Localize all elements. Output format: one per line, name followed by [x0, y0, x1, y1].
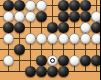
white-stone[interactable] [91, 33, 101, 44]
black-stone[interactable] [58, 11, 69, 22]
white-stone[interactable] [47, 33, 58, 44]
black-stone[interactable] [14, 44, 25, 55]
white-stone[interactable] [3, 55, 14, 66]
black-stone[interactable] [91, 22, 101, 33]
white-stone-last-move-marked[interactable] [47, 55, 58, 66]
white-stone[interactable] [14, 11, 25, 22]
white-stone[interactable] [80, 33, 91, 44]
black-stone[interactable] [47, 66, 58, 77]
black-stone[interactable] [14, 0, 25, 11]
black-stone[interactable] [80, 11, 91, 22]
white-stone[interactable] [25, 0, 36, 11]
white-stone[interactable] [91, 11, 101, 22]
black-stone[interactable] [58, 55, 69, 66]
white-stone[interactable] [36, 33, 47, 44]
white-stone[interactable] [69, 55, 80, 66]
black-stone[interactable] [14, 22, 25, 33]
black-stone[interactable] [58, 66, 69, 77]
black-stone[interactable] [36, 55, 47, 66]
white-stone[interactable] [3, 11, 14, 22]
black-stone[interactable] [3, 22, 14, 33]
white-stone[interactable] [25, 11, 36, 22]
black-stone[interactable] [80, 0, 91, 11]
black-stone[interactable] [36, 11, 47, 22]
go-board[interactable] [0, 0, 100, 80]
black-stone[interactable] [69, 11, 80, 22]
black-stone[interactable] [58, 0, 69, 11]
black-stone[interactable] [91, 55, 101, 66]
black-stone[interactable] [25, 66, 36, 77]
black-stone[interactable] [69, 0, 80, 11]
black-stone[interactable] [58, 22, 69, 33]
white-stone[interactable] [58, 33, 69, 44]
white-stone[interactable] [3, 33, 14, 44]
white-stone[interactable] [25, 33, 36, 44]
white-stone[interactable] [36, 0, 47, 11]
white-stone[interactable] [80, 22, 91, 33]
black-stone[interactable] [3, 0, 14, 11]
black-stone[interactable] [36, 66, 47, 77]
white-stone[interactable] [69, 33, 80, 44]
black-stone[interactable] [47, 22, 58, 33]
black-stone[interactable] [80, 55, 91, 66]
screenshot-root [0, 0, 100, 80]
